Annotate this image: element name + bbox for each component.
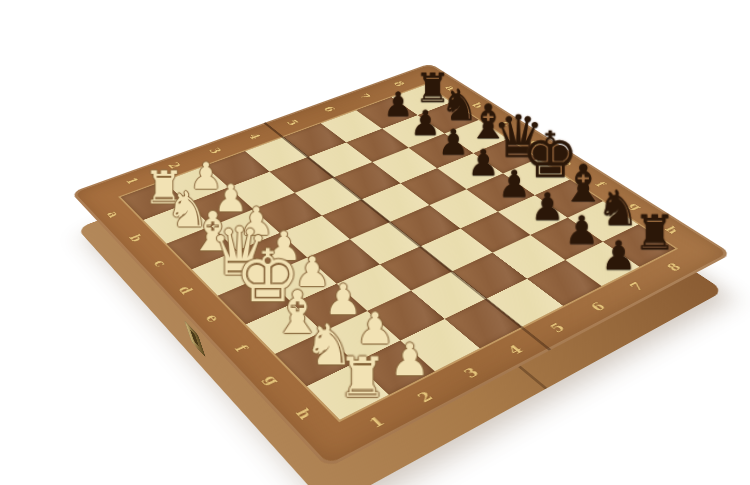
rank-label: 2	[148, 150, 200, 182]
photo-page: { "game": "chess", "position": { "fen": …	[0, 0, 750, 485]
piece-white-pawn: ♟	[266, 227, 302, 265]
board-frame: 12345678 12345678 abcdefgh abcdefgh ♜♟♟♜…	[71, 63, 732, 468]
photo-scene: 12345678 12345678 abcdefgh abcdefgh ♜♟♟♜…	[0, 0, 750, 485]
chess-board: ♜♟♟♜♞♟♟♞♝♟♟♝♛♟♟♛♚♟♟♚♝♟♟♝♞♟♟♞♜♟♟♜	[118, 84, 678, 423]
chess-box: 12345678 12345678 abcdefgh abcdefgh ♜♟♟♜…	[71, 63, 732, 468]
